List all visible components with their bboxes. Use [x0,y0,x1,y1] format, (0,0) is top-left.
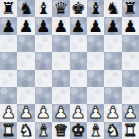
square-e6[interactable] [70,35,87,52]
square-f5[interactable] [87,52,104,69]
black-king-piece[interactable]: ♚ [71,0,86,17]
white-rook-piece[interactable]: ♜ [123,122,138,139]
square-a3[interactable] [0,87,17,104]
square-h4[interactable] [122,70,139,87]
square-f2[interactable]: ♟ [87,104,104,121]
square-a5[interactable] [0,52,17,69]
square-a8[interactable]: ♜ [0,0,17,17]
black-rook-piece[interactable]: ♜ [1,0,16,17]
white-knight-piece[interactable]: ♞ [106,122,121,139]
square-a7[interactable]: ♟ [0,17,17,34]
white-pawn-piece[interactable]: ♟ [36,104,51,121]
square-b2[interactable]: ♟ [17,104,34,121]
black-pawn-piece[interactable]: ♟ [106,18,121,35]
square-f7[interactable]: ♟ [87,17,104,34]
white-bishop-piece[interactable]: ♝ [88,122,103,139]
square-d5[interactable] [52,52,69,69]
white-knight-piece[interactable]: ♞ [19,122,34,139]
square-c7[interactable]: ♟ [35,17,52,34]
white-pawn-piece[interactable]: ♟ [19,104,34,121]
square-c4[interactable] [35,70,52,87]
square-c8[interactable]: ♝ [35,0,52,17]
square-d2[interactable]: ♟ [52,104,69,121]
square-h2[interactable]: ♟ [122,104,139,121]
black-pawn-piece[interactable]: ♟ [1,18,16,35]
white-pawn-piece[interactable]: ♟ [123,104,138,121]
square-b1[interactable]: ♞ [17,122,34,139]
black-pawn-piece[interactable]: ♟ [123,18,138,35]
white-king-piece[interactable]: ♚ [71,122,86,139]
square-e1[interactable]: ♚ [70,122,87,139]
square-h6[interactable] [122,35,139,52]
black-rook-piece[interactable]: ♜ [123,0,138,17]
square-h3[interactable] [122,87,139,104]
black-pawn-piece[interactable]: ♟ [36,18,51,35]
square-e2[interactable]: ♟ [70,104,87,121]
black-queen-piece[interactable]: ♛ [53,0,68,17]
black-bishop-piece[interactable]: ♝ [36,0,51,17]
square-b3[interactable] [17,87,34,104]
white-pawn-piece[interactable]: ♟ [71,104,86,121]
square-g3[interactable] [104,87,121,104]
square-g4[interactable] [104,70,121,87]
square-a2[interactable]: ♟ [0,104,17,121]
square-h5[interactable] [122,52,139,69]
square-f6[interactable] [87,35,104,52]
square-c6[interactable] [35,35,52,52]
square-e4[interactable] [70,70,87,87]
square-d4[interactable] [52,70,69,87]
square-d8[interactable]: ♛ [52,0,69,17]
square-b6[interactable] [17,35,34,52]
square-f1[interactable]: ♝ [87,122,104,139]
square-h7[interactable]: ♟ [122,17,139,34]
white-pawn-piece[interactable]: ♟ [106,104,121,121]
square-b4[interactable] [17,70,34,87]
white-rook-piece[interactable]: ♜ [1,122,16,139]
square-g1[interactable]: ♞ [104,122,121,139]
square-d6[interactable] [52,35,69,52]
square-a4[interactable] [0,70,17,87]
black-pawn-piece[interactable]: ♟ [53,18,68,35]
square-g8[interactable]: ♞ [104,0,121,17]
square-b5[interactable] [17,52,34,69]
square-g5[interactable] [104,52,121,69]
square-e8[interactable]: ♚ [70,0,87,17]
square-e3[interactable] [70,87,87,104]
square-f3[interactable] [87,87,104,104]
white-pawn-piece[interactable]: ♟ [53,104,68,121]
square-g2[interactable]: ♟ [104,104,121,121]
square-c2[interactable]: ♟ [35,104,52,121]
square-h8[interactable]: ♜ [122,0,139,17]
square-e7[interactable]: ♟ [70,17,87,34]
square-d3[interactable] [52,87,69,104]
square-b7[interactable]: ♟ [17,17,34,34]
square-c3[interactable] [35,87,52,104]
square-h1[interactable]: ♜ [122,122,139,139]
white-pawn-piece[interactable]: ♟ [1,104,16,121]
white-pawn-piece[interactable]: ♟ [88,104,103,121]
square-a6[interactable] [0,35,17,52]
square-c5[interactable] [35,52,52,69]
square-f8[interactable]: ♝ [87,0,104,17]
white-queen-piece[interactable]: ♛ [53,122,68,139]
black-knight-piece[interactable]: ♞ [106,0,121,17]
black-knight-piece[interactable]: ♞ [19,0,34,17]
square-d1[interactable]: ♛ [52,122,69,139]
square-a1[interactable]: ♜ [0,122,17,139]
square-e5[interactable] [70,52,87,69]
square-f4[interactable] [87,70,104,87]
chess-board[interactable]: ♜♞♝♛♚♝♞♜♟♟♟♟♟♟♟♟♟♟♟♟♟♟♟♟♜♞♝♛♚♝♞♜ [0,0,139,139]
black-pawn-piece[interactable]: ♟ [71,18,86,35]
black-pawn-piece[interactable]: ♟ [88,18,103,35]
black-pawn-piece[interactable]: ♟ [19,18,34,35]
square-d7[interactable]: ♟ [52,17,69,34]
square-b8[interactable]: ♞ [17,0,34,17]
square-c1[interactable]: ♝ [35,122,52,139]
square-g7[interactable]: ♟ [104,17,121,34]
white-bishop-piece[interactable]: ♝ [36,122,51,139]
black-bishop-piece[interactable]: ♝ [88,0,103,17]
square-g6[interactable] [104,35,121,52]
